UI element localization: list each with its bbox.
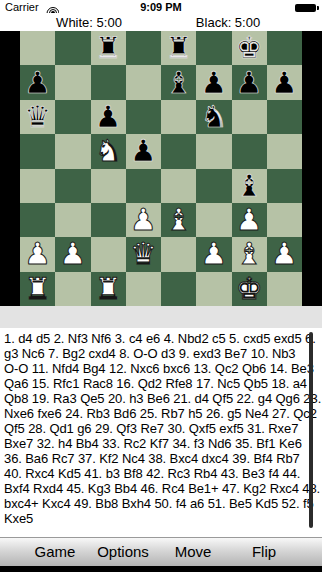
white-pawn: ♟: [24, 237, 51, 271]
square-e7[interactable]: ♝: [161, 65, 196, 99]
square-c2[interactable]: [91, 237, 126, 271]
white-pawn: ♟: [130, 203, 157, 237]
square-g8[interactable]: ♚: [232, 31, 267, 65]
square-a8[interactable]: [20, 31, 55, 65]
move-line: Kxe5: [4, 511, 308, 526]
move-line: Nxe6 fxe6 24. Rb3 Bd6 25. Rb7 h5 26. g5 …: [4, 406, 308, 421]
chess-app-screen: Carrier 9:09 PM White: 5:00 Black: 5:00 …: [0, 0, 322, 572]
square-c8[interactable]: ♜: [91, 31, 126, 65]
square-d4[interactable]: [126, 169, 161, 203]
game-button[interactable]: Game: [35, 538, 76, 566]
square-e6[interactable]: [161, 100, 196, 134]
black-knight: ♞: [200, 100, 227, 134]
square-h3[interactable]: [267, 203, 302, 237]
square-f3[interactable]: [196, 203, 231, 237]
square-h4[interactable]: [267, 169, 302, 203]
square-a4[interactable]: [20, 169, 55, 203]
status-bar: Carrier 9:09 PM: [0, 0, 322, 15]
square-g5[interactable]: [232, 134, 267, 168]
white-pawn: ♟: [59, 237, 86, 271]
square-f8[interactable]: [196, 31, 231, 65]
white-bishop: ♝: [165, 203, 192, 237]
white-king: ♚: [236, 272, 263, 306]
move-button[interactable]: Move: [175, 538, 212, 566]
square-c7[interactable]: [91, 65, 126, 99]
bottom-toolbar: Game Options Move Flip: [0, 537, 322, 566]
black-king: ♚: [236, 31, 263, 65]
square-g4[interactable]: ♝: [232, 169, 267, 203]
black-queen: ♛: [24, 100, 51, 134]
black-pawn: ♟: [95, 100, 122, 134]
move-line: 36. Ba6 Rc7 37. Kf2 Nc4 38. Bxc4 dxc4 39…: [4, 451, 308, 466]
white-pawn: ♟: [271, 237, 298, 271]
move-line: Qa6 15. Rfc1 Rac8 16. Qd2 Rfe8 17. Nc5 Q…: [4, 376, 308, 391]
square-e4[interactable]: [161, 169, 196, 203]
chess-board: ♜♜♚♟♝♟♟♟♛♟♞♞♟♝♟♝♟♟♟♛♟♝♟♜♜♚: [20, 31, 302, 306]
move-line: Bxe7 32. h4 Bb4 33. Rc2 Kf7 34. f3 Nd6 3…: [4, 436, 308, 451]
square-b1[interactable]: [55, 272, 90, 306]
black-pawn: ♟: [271, 66, 298, 100]
square-h6[interactable]: [267, 100, 302, 134]
square-c4[interactable]: [91, 169, 126, 203]
square-a7[interactable]: ♟: [20, 65, 55, 99]
black-clock: Black: 5:00: [196, 15, 260, 31]
square-g7[interactable]: ♟: [232, 65, 267, 99]
white-clock: White: 5:00: [56, 15, 122, 31]
move-list[interactable]: 1. d4 d5 2. Nf3 Nf6 3. c4 e6 4. Nbd2 c5 …: [0, 328, 322, 537]
move-line: O-O 11. Nfd4 Bg4 12. Nxc6 bxc6 13. Qc2 Q…: [4, 361, 308, 376]
square-h2[interactable]: ♟: [267, 237, 302, 271]
square-a1[interactable]: ♜: [20, 272, 55, 306]
black-rook: ♜: [165, 31, 192, 65]
black-pawn: ♟: [236, 66, 263, 100]
square-f2[interactable]: ♟: [196, 237, 231, 271]
square-b3[interactable]: [55, 203, 90, 237]
white-knight: ♞: [95, 134, 122, 168]
square-f1[interactable]: [196, 272, 231, 306]
move-list-scrollbar[interactable]: [309, 332, 313, 528]
battery-icon: [295, 4, 316, 12]
square-h8[interactable]: [267, 31, 302, 65]
square-a6[interactable]: ♛: [20, 100, 55, 134]
square-g6[interactable]: [232, 100, 267, 134]
white-pawn: ♟: [236, 203, 263, 237]
bottom-black-bar: [0, 566, 322, 572]
square-c3[interactable]: [91, 203, 126, 237]
black-rook: ♜: [95, 31, 122, 65]
square-b2[interactable]: ♟: [55, 237, 90, 271]
black-pawn: ♟: [24, 66, 51, 100]
white-bishop: ♝: [236, 237, 263, 271]
white-rook: ♜: [95, 272, 122, 306]
square-h1[interactable]: [267, 272, 302, 306]
square-d1[interactable]: [126, 272, 161, 306]
square-e5[interactable]: [161, 134, 196, 168]
square-g2[interactable]: ♝: [232, 237, 267, 271]
square-f5[interactable]: [196, 134, 231, 168]
black-pawn: ♟: [200, 66, 227, 100]
square-a2[interactable]: ♟: [20, 237, 55, 271]
square-d6[interactable]: [126, 100, 161, 134]
square-a5[interactable]: [20, 134, 55, 168]
white-pawn: ♟: [200, 237, 227, 271]
square-g1[interactable]: ♚: [232, 272, 267, 306]
square-e3[interactable]: ♝: [161, 203, 196, 237]
square-f7[interactable]: ♟: [196, 65, 231, 99]
black-pawn: ♟: [130, 134, 157, 168]
square-e8[interactable]: ♜: [161, 31, 196, 65]
move-line: Qb8 19. Ra3 Qe5 20. h3 Be6 21. d4 Qf5 22…: [4, 391, 308, 406]
square-d5[interactable]: ♟: [126, 134, 161, 168]
square-f6[interactable]: ♞: [196, 100, 231, 134]
white-queen: ♛: [130, 237, 157, 271]
square-h5[interactable]: [267, 134, 302, 168]
flip-button[interactable]: Flip: [252, 538, 276, 566]
move-line: 1. d4 d5 2. Nf3 Nf6 3. c4 e6 4. Nbd2 c5 …: [4, 331, 308, 346]
square-a3[interactable]: [20, 203, 55, 237]
move-line: Bxf4 Rxd4 45. Kg3 Bb4 46. Rc4 Be1+ 47. K…: [4, 481, 308, 496]
black-bishop: ♝: [236, 169, 263, 203]
square-d7[interactable]: [126, 65, 161, 99]
square-b8[interactable]: [55, 31, 90, 65]
white-rook: ♜: [24, 272, 51, 306]
square-d3[interactable]: ♟: [126, 203, 161, 237]
square-c1[interactable]: ♜: [91, 272, 126, 306]
square-d8[interactable]: [126, 31, 161, 65]
move-line: g3 Nc6 7. Bg2 cxd4 8. O-O d3 9. exd3 Be7…: [4, 346, 308, 361]
square-d2[interactable]: ♛: [126, 237, 161, 271]
square-c5[interactable]: ♞: [91, 134, 126, 168]
square-b5[interactable]: [55, 134, 90, 168]
clock-time: 9:09 PM: [0, 1, 322, 14]
move-line: 40. Rxc4 Kd5 41. b3 Bf8 42. Rc3 Rb4 43. …: [4, 466, 308, 481]
options-button[interactable]: Options: [97, 538, 149, 566]
square-b4[interactable]: [55, 169, 90, 203]
square-g3[interactable]: ♟: [232, 203, 267, 237]
square-f4[interactable]: [196, 169, 231, 203]
move-line: bxc4+ Kxc4 49. Bb8 Bxh4 50. f4 a6 51. Be…: [4, 496, 308, 511]
black-bishop: ♝: [165, 66, 192, 100]
square-c6[interactable]: ♟: [91, 100, 126, 134]
square-b7[interactable]: [55, 65, 90, 99]
square-b6[interactable]: [55, 100, 90, 134]
board-divider: [0, 306, 322, 328]
square-e2[interactable]: [161, 237, 196, 271]
square-e1[interactable]: [161, 272, 196, 306]
square-h7[interactable]: ♟: [267, 65, 302, 99]
board-frame: ♜♜♚♟♝♟♟♟♛♟♞♞♟♝♟♝♟♟♟♛♟♝♟♜♜♚: [0, 31, 322, 306]
game-clocks: White: 5:00 Black: 5:00: [0, 15, 322, 31]
move-line: Qf5 28. Qd1 g6 29. Qf3 Re7 30. Qxf5 exf5…: [4, 421, 308, 436]
